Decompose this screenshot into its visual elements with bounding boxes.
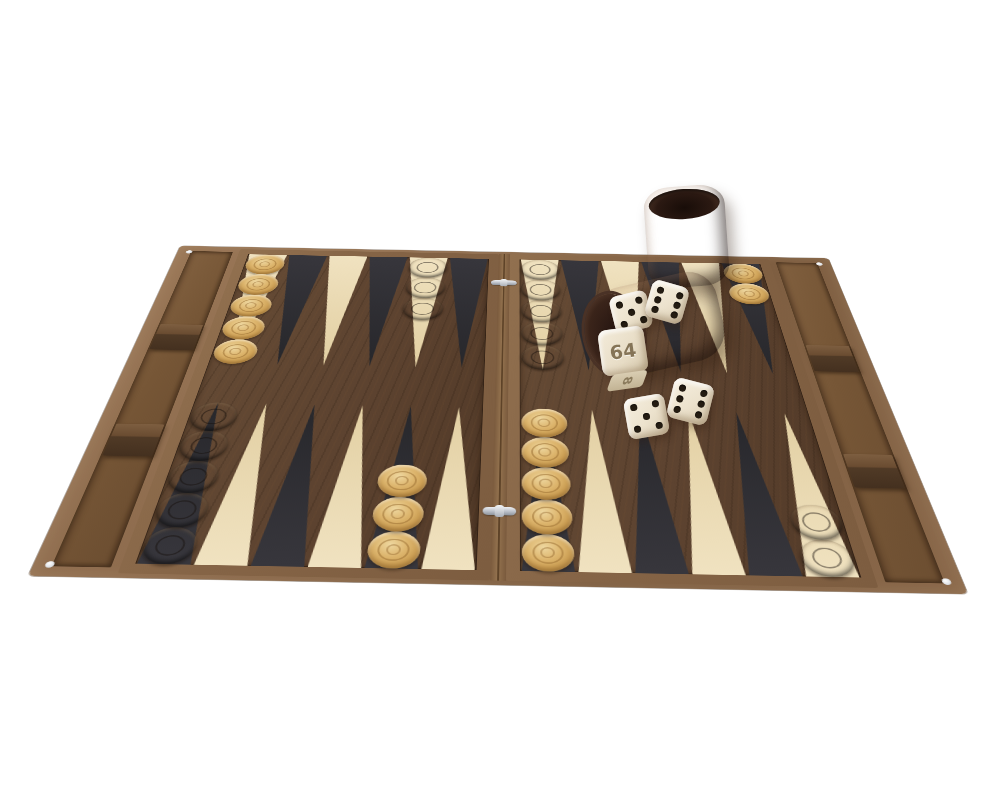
die-pip	[673, 405, 681, 413]
die-pip	[670, 310, 679, 319]
die-pip	[627, 308, 635, 316]
backgammon-photo-stage: 64 8	[0, 0, 1000, 800]
doubling-cube-value: 64	[608, 338, 637, 363]
die-pip	[675, 291, 684, 300]
die-pip	[642, 412, 650, 420]
die-pip	[700, 389, 708, 397]
dice-cup-opening	[648, 187, 721, 222]
die-pip	[678, 384, 686, 392]
doubling-cube[interactable]: 64 8	[597, 325, 649, 377]
die-pip	[656, 285, 665, 294]
die-pip	[653, 295, 662, 304]
die-pip	[676, 395, 684, 403]
props-overlay: 64 8	[0, 0, 1000, 800]
die-pip	[639, 315, 647, 323]
die-pip	[634, 425, 642, 433]
die-pip	[634, 296, 642, 304]
die-pip	[672, 300, 681, 309]
die-4[interactable]	[666, 377, 716, 427]
die-3[interactable]	[623, 393, 670, 440]
die-pip	[630, 404, 638, 412]
die-pip	[694, 411, 702, 419]
doubling-cube-front-face: 8	[606, 370, 648, 392]
die-pip	[651, 400, 659, 408]
die-pip	[615, 300, 623, 308]
die-pip	[655, 421, 663, 429]
die-pip	[650, 305, 659, 314]
die-pip	[697, 400, 705, 408]
